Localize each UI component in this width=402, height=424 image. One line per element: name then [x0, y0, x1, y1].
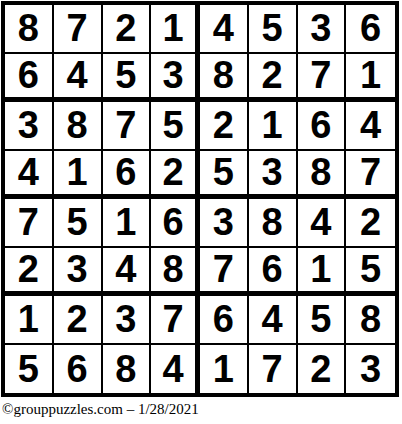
cell-r2c1: 6	[5, 54, 54, 103]
cell-r5c5: 3	[200, 199, 249, 248]
cell-r2c6: 2	[249, 54, 298, 103]
cell-r6c2: 3	[54, 248, 103, 297]
cell-r5c2: 5	[54, 199, 103, 248]
cell-r8c1: 5	[5, 345, 54, 394]
cell-r1c5: 4	[200, 5, 249, 54]
cell-r1c1: 8	[5, 5, 54, 54]
cell-r2c5: 8	[200, 54, 249, 103]
cell-r4c7: 8	[298, 151, 347, 200]
cell-r5c3: 1	[103, 199, 152, 248]
cell-r7c8: 8	[346, 296, 395, 345]
cell-r7c6: 4	[249, 296, 298, 345]
cell-r2c4: 3	[151, 54, 200, 103]
copyright-credit-line: ©grouppuzzles.com – 1/28/2021	[2, 401, 199, 418]
cell-r2c3: 5	[103, 54, 152, 103]
cell-r5c1: 7	[5, 199, 54, 248]
cell-r5c7: 4	[298, 199, 347, 248]
cell-r5c8: 2	[346, 199, 395, 248]
cell-r8c6: 7	[249, 345, 298, 394]
cell-r5c6: 8	[249, 199, 298, 248]
cell-r3c1: 3	[5, 102, 54, 151]
cell-r6c8: 5	[346, 248, 395, 297]
cell-r1c6: 5	[249, 5, 298, 54]
cell-r6c7: 1	[298, 248, 347, 297]
cell-r4c8: 7	[346, 151, 395, 200]
cell-r4c2: 1	[54, 151, 103, 200]
cell-r3c2: 8	[54, 102, 103, 151]
cell-r2c2: 4	[54, 54, 103, 103]
cell-r3c8: 4	[346, 102, 395, 151]
sudoku-board: 8721453664538271387521644162538775163842…	[1, 1, 399, 397]
cell-r4c1: 4	[5, 151, 54, 200]
cell-r6c1: 2	[5, 248, 54, 297]
cell-r1c8: 6	[346, 5, 395, 54]
cell-r3c4: 5	[151, 102, 200, 151]
cell-r6c6: 6	[249, 248, 298, 297]
cell-r4c6: 3	[249, 151, 298, 200]
cell-r1c2: 7	[54, 5, 103, 54]
cell-r4c4: 2	[151, 151, 200, 200]
cell-r4c3: 6	[103, 151, 152, 200]
cell-r1c7: 3	[298, 5, 347, 54]
cell-r7c3: 3	[103, 296, 152, 345]
cell-r2c7: 7	[298, 54, 347, 103]
cell-r6c3: 4	[103, 248, 152, 297]
cell-r6c4: 8	[151, 248, 200, 297]
cell-r4c5: 5	[200, 151, 249, 200]
cell-r7c2: 2	[54, 296, 103, 345]
cell-r7c4: 7	[151, 296, 200, 345]
cell-r5c4: 6	[151, 199, 200, 248]
cell-r3c3: 7	[103, 102, 152, 151]
cell-r8c4: 4	[151, 345, 200, 394]
cell-r3c5: 2	[200, 102, 249, 151]
cell-r1c3: 2	[103, 5, 152, 54]
cell-r3c6: 1	[249, 102, 298, 151]
cell-r2c8: 1	[346, 54, 395, 103]
cell-r3c7: 6	[298, 102, 347, 151]
cell-r6c5: 7	[200, 248, 249, 297]
cell-r7c7: 5	[298, 296, 347, 345]
cell-r7c1: 1	[5, 296, 54, 345]
cell-r7c5: 6	[200, 296, 249, 345]
cell-r8c5: 1	[200, 345, 249, 394]
cell-r8c7: 2	[298, 345, 347, 394]
cell-r1c4: 1	[151, 5, 200, 54]
cell-r8c3: 8	[103, 345, 152, 394]
cell-r8c2: 6	[54, 345, 103, 394]
cell-r8c8: 3	[346, 345, 395, 394]
